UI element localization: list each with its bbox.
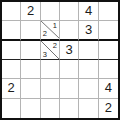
- empty-cell[interactable]: [99, 41, 118, 60]
- given-digit-cell: 2: [99, 99, 118, 118]
- empty-cell[interactable]: [60, 2, 79, 21]
- clue-number-bottom-left: 2: [43, 30, 47, 38]
- empty-cell[interactable]: [41, 79, 60, 98]
- diagonal-clue-cell: 12: [41, 21, 60, 40]
- given-digit: 2: [105, 101, 112, 115]
- given-digit-cell: 3: [79, 21, 98, 40]
- empty-cell[interactable]: [79, 99, 98, 118]
- empty-cell[interactable]: [99, 2, 118, 21]
- given-digit-cell: 2: [21, 2, 40, 21]
- given-digit-cell: 4: [79, 2, 98, 21]
- empty-cell[interactable]: [21, 79, 40, 98]
- empty-cell[interactable]: [41, 99, 60, 118]
- clue-number-bottom-left: 3: [43, 51, 47, 59]
- puzzle-board: 24123233242: [0, 0, 120, 120]
- given-digit-cell: 2: [2, 79, 21, 98]
- given-digit: 3: [85, 23, 92, 37]
- empty-cell[interactable]: [2, 21, 21, 40]
- given-digit: 4: [105, 81, 112, 95]
- empty-cell[interactable]: [21, 41, 40, 60]
- empty-cell[interactable]: [60, 60, 79, 79]
- empty-cell[interactable]: [41, 60, 60, 79]
- given-digit: 4: [85, 4, 92, 18]
- empty-cell[interactable]: [2, 60, 21, 79]
- empty-cell[interactable]: [79, 60, 98, 79]
- empty-cell[interactable]: [21, 60, 40, 79]
- clue-number-top-right: 1: [53, 22, 57, 30]
- empty-cell[interactable]: [41, 2, 60, 21]
- empty-cell[interactable]: [99, 21, 118, 40]
- empty-cell[interactable]: [60, 21, 79, 40]
- empty-cell[interactable]: [2, 99, 21, 118]
- empty-cell[interactable]: [79, 41, 98, 60]
- given-digit-cell: 4: [99, 79, 118, 98]
- empty-cell[interactable]: [79, 79, 98, 98]
- diagonal-clue-cell: 23: [41, 41, 60, 60]
- given-digit: 3: [66, 43, 73, 57]
- given-digit: 2: [27, 4, 34, 18]
- empty-cell[interactable]: [99, 60, 118, 79]
- empty-cell[interactable]: [21, 21, 40, 40]
- clue-number-top-right: 2: [53, 42, 57, 50]
- given-digit-cell: 3: [60, 41, 79, 60]
- given-digit: 2: [8, 81, 15, 95]
- empty-cell[interactable]: [2, 2, 21, 21]
- empty-cell[interactable]: [60, 79, 79, 98]
- empty-cell[interactable]: [2, 41, 21, 60]
- empty-cell[interactable]: [21, 99, 40, 118]
- empty-cell[interactable]: [60, 99, 79, 118]
